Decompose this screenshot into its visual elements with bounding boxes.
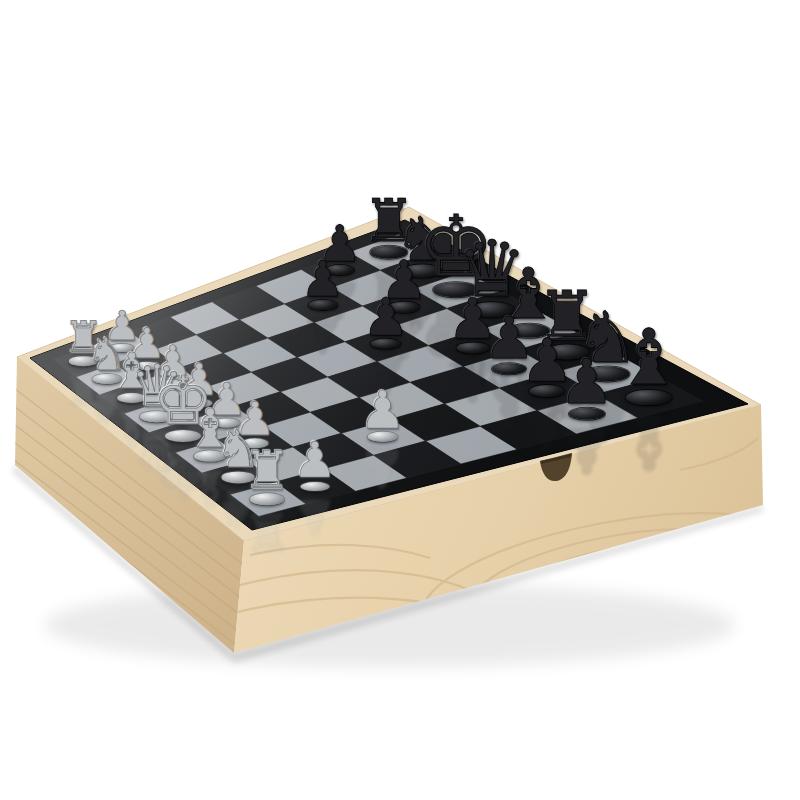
chess-product-photo: ♜♜♟♟♞♞♚♚♟♟♟♟♛♛♝♝♟♟♟♟♟♟♜♜♜♜♟♟♟♟♞♞♞♞♟♟♟♟♝♝…: [0, 0, 800, 800]
chess-board: [0, 0, 800, 800]
